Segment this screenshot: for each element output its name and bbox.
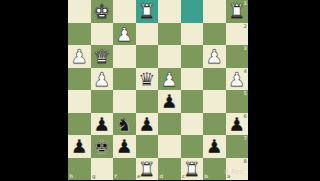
file-label-e: e — [137, 174, 140, 179]
square-f6[interactable]: ♞ — [113, 113, 136, 136]
rank-label-5: 5 — [244, 91, 247, 96]
square-b3[interactable]: ♟ — [203, 45, 226, 68]
square-a5[interactable]: 5 — [226, 90, 249, 113]
square-a3[interactable]: 3 — [226, 45, 249, 68]
white-queen-g3: ♛ — [91, 45, 114, 68]
square-e8[interactable]: ♜e — [136, 158, 159, 181]
square-h5[interactable] — [68, 90, 91, 113]
white-rook-e8: ♜ — [136, 158, 159, 181]
square-d3[interactable] — [158, 45, 181, 68]
square-d4[interactable]: ♟ — [158, 68, 181, 91]
chess-board: ♚♜♜1♟2♟♛♟3♟♛♟♟4♟5♟♞♟♟6♟♚♟♟7hgf♜ed♜cb8a — [68, 0, 248, 180]
square-b7[interactable]: ♟ — [203, 135, 226, 158]
square-h1[interactable] — [68, 0, 91, 23]
square-f3[interactable] — [113, 45, 136, 68]
square-b2[interactable] — [203, 23, 226, 46]
rank-label-7: 7 — [244, 136, 247, 141]
white-rook-e1: ♜ — [136, 0, 159, 23]
square-g6[interactable]: ♟ — [91, 113, 114, 136]
square-d1[interactable] — [158, 0, 181, 23]
square-e3[interactable] — [136, 45, 159, 68]
black-pawn-g6: ♟ — [91, 113, 114, 136]
black-pawn-b7: ♟ — [203, 135, 226, 158]
black-queen-e4: ♛ — [136, 68, 159, 91]
square-a2[interactable]: 2 — [226, 23, 249, 46]
square-d2[interactable] — [158, 23, 181, 46]
screen-recorder-watermark: ✕ Rec. — [223, 167, 246, 178]
rank-label-8: 8 — [244, 159, 247, 164]
square-c1[interactable] — [181, 0, 204, 23]
black-pawn-f7: ♟ — [113, 135, 136, 158]
square-a7[interactable]: 7 — [226, 135, 249, 158]
white-pawn-g4: ♟ — [91, 68, 114, 91]
black-pawn-a6: ♟ — [226, 113, 249, 136]
square-h3[interactable]: ♟ — [68, 45, 91, 68]
black-knight-f6: ♞ — [113, 113, 136, 136]
file-label-f: f — [115, 174, 117, 179]
square-d6[interactable] — [158, 113, 181, 136]
square-g3[interactable]: ♛ — [91, 45, 114, 68]
square-e1[interactable]: ♜ — [136, 0, 159, 23]
x-recorder-logo-icon: ✕ — [223, 169, 229, 176]
square-b5[interactable] — [203, 90, 226, 113]
square-h8[interactable]: h — [68, 158, 91, 181]
square-g4[interactable]: ♟ — [91, 68, 114, 91]
square-h7[interactable]: ♟ — [68, 135, 91, 158]
square-g5[interactable] — [91, 90, 114, 113]
rank-label-6: 6 — [244, 114, 247, 119]
square-b6[interactable] — [203, 113, 226, 136]
square-b4[interactable] — [203, 68, 226, 91]
file-label-h: h — [70, 174, 74, 179]
black-pawn-h7: ♟ — [68, 135, 91, 158]
square-h6[interactable] — [68, 113, 91, 136]
square-c3[interactable] — [181, 45, 204, 68]
square-f1[interactable] — [113, 0, 136, 23]
square-g8[interactable]: g — [91, 158, 114, 181]
white-pawn-b3: ♟ — [203, 45, 226, 68]
letterbox-left — [0, 0, 68, 180]
square-b1[interactable] — [203, 0, 226, 23]
black-pawn-e6: ♟ — [136, 113, 159, 136]
square-g1[interactable]: ♚ — [91, 0, 114, 23]
square-d5[interactable]: ♟ — [158, 90, 181, 113]
square-c7[interactable] — [181, 135, 204, 158]
white-pawn-h3: ♟ — [68, 45, 91, 68]
square-f4[interactable] — [113, 68, 136, 91]
rank-label-4: 4 — [244, 69, 247, 74]
square-e4[interactable]: ♛ — [136, 68, 159, 91]
square-c4[interactable] — [181, 68, 204, 91]
square-c6[interactable] — [181, 113, 204, 136]
square-g7[interactable]: ♚ — [91, 135, 114, 158]
square-f5[interactable] — [113, 90, 136, 113]
white-rook-c8: ♜ — [181, 158, 204, 181]
square-c2[interactable] — [181, 23, 204, 46]
file-label-b: b — [205, 174, 209, 179]
square-d7[interactable] — [158, 135, 181, 158]
square-h4[interactable] — [68, 68, 91, 91]
square-e2[interactable] — [136, 23, 159, 46]
square-e6[interactable]: ♟ — [136, 113, 159, 136]
square-f8[interactable]: f — [113, 158, 136, 181]
square-h2[interactable] — [68, 23, 91, 46]
square-a4[interactable]: ♟4 — [226, 68, 249, 91]
square-c5[interactable] — [181, 90, 204, 113]
square-f2[interactable]: ♟ — [113, 23, 136, 46]
file-label-g: g — [92, 174, 96, 179]
square-c8[interactable]: ♜c — [181, 158, 204, 181]
square-d8[interactable]: d — [158, 158, 181, 181]
square-e5[interactable] — [136, 90, 159, 113]
rank-label-3: 3 — [244, 46, 247, 51]
black-pawn-d5: ♟ — [158, 90, 181, 113]
black-king-g7: ♚ — [91, 135, 114, 158]
white-pawn-a4: ♟ — [226, 68, 249, 91]
white-pawn-f2: ♟ — [113, 23, 136, 46]
white-rook-a1: ♜ — [226, 0, 249, 23]
white-king-g1: ♚ — [91, 0, 114, 23]
white-pawn-d4: ♟ — [158, 68, 181, 91]
square-b8[interactable]: b — [203, 158, 226, 181]
file-label-c: c — [182, 174, 185, 179]
square-g2[interactable] — [91, 23, 114, 46]
letterbox-right — [248, 0, 320, 180]
square-a1[interactable]: ♜1 — [226, 0, 249, 23]
watermark-text: Rec. — [231, 169, 246, 176]
file-label-d: d — [160, 174, 164, 179]
rank-label-1: 1 — [244, 1, 247, 6]
square-a6[interactable]: ♟6 — [226, 113, 249, 136]
square-f7[interactable]: ♟ — [113, 135, 136, 158]
square-e7[interactable] — [136, 135, 159, 158]
rank-label-2: 2 — [244, 24, 247, 29]
